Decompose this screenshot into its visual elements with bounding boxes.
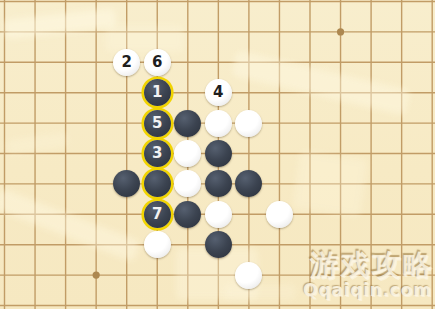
stone-black	[205, 170, 232, 197]
stone-black	[113, 170, 140, 197]
gomoku-board[interactable]: 2614537 游戏攻略 Qqaiqin.com	[0, 0, 435, 309]
stone-layer: 2614537	[0, 0, 435, 309]
stone-black-move-3: 3	[144, 140, 171, 167]
stone-black-move-1: 1	[144, 79, 171, 106]
stone-black	[205, 231, 232, 258]
stone-black-move-7: 7	[144, 201, 171, 228]
stone-black	[235, 170, 262, 197]
stone-white-move-2: 2	[113, 49, 140, 76]
stone-white	[144, 231, 171, 258]
stone-white	[205, 110, 232, 137]
stone-white	[205, 201, 232, 228]
stone-white	[266, 201, 293, 228]
stone-white-move-6: 6	[144, 49, 171, 76]
stone-black	[174, 201, 201, 228]
stone-black-move-5: 5	[144, 110, 171, 137]
stone-black	[144, 170, 171, 197]
stone-black	[174, 110, 201, 137]
stone-black	[205, 140, 232, 167]
stone-white	[174, 170, 201, 197]
stone-white	[174, 140, 201, 167]
stone-white	[235, 110, 262, 137]
stone-white-move-4: 4	[205, 79, 232, 106]
stone-white	[235, 262, 262, 289]
